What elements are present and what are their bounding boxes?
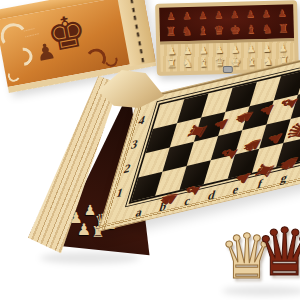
case-dark-piece: ♟ <box>230 10 239 20</box>
dark-queen: ♛ <box>255 220 300 286</box>
case-dark-piece: ♟ <box>277 8 286 18</box>
case-light-piece: ♟ <box>183 46 192 56</box>
case-lid-major-row: ♜♞♝♛♚♝♞♜ <box>160 22 294 38</box>
case-dark-piece: ♟ <box>246 9 255 19</box>
stored-light-piece: ♟ <box>77 222 91 238</box>
case-dark-piece: ♞ <box>181 25 192 37</box>
chess-set-product-photo: ♚ ♟ ······· ········· ▮▮▮▮▮▮▮▮ ♟♟♟♟♟♟♟♟ … <box>0 0 300 300</box>
case-dark-piece: ♝ <box>197 24 208 36</box>
case-light-piece: ♟ <box>199 45 208 55</box>
case-clasp <box>223 66 233 73</box>
case-lid-interior: ♟♟♟♟♟♟♟♟ ♜♞♝♛♚♝♞♜ <box>159 4 294 41</box>
case-light-piece: ♝ <box>198 57 209 69</box>
case-dark-piece: ♜ <box>165 25 176 37</box>
case-dark-piece: ♚ <box>229 24 240 36</box>
case-dark-piece: ♝ <box>245 23 256 35</box>
case-light-piece: ♟ <box>231 44 240 54</box>
case-dark-piece: ♟ <box>261 9 270 19</box>
box-small-print: ······· ········· <box>23 24 40 39</box>
case-light-piece: ♞ <box>182 57 193 69</box>
case-light-piece: ♟ <box>262 43 271 53</box>
case-dark-piece: ♟ <box>214 10 223 20</box>
pawn-silhouette-icon: ♟ <box>34 40 57 65</box>
case-light-piece: ♟ <box>167 46 176 56</box>
case-light-piece: ♟ <box>215 45 224 55</box>
case-dark-piece: ♟ <box>166 11 175 21</box>
case-dark-piece: ♜ <box>277 22 288 34</box>
case-dark-piece: ♟ <box>182 11 191 21</box>
case-dark-piece: ♟ <box>198 11 207 21</box>
box-brand-text: ▮▮▮▮▮▮▮▮ <box>127 0 146 65</box>
case-lid-pawn-row: ♟♟♟♟♟♟♟♟ <box>159 8 293 22</box>
case-light-piece: ♟ <box>278 43 287 53</box>
case-light-piece: ♟ <box>246 44 255 54</box>
case-light-piece: ♜ <box>166 58 177 70</box>
case-light-piece: ♝ <box>246 56 257 68</box>
case-dark-piece: ♛ <box>213 24 224 36</box>
case-dark-piece: ♞ <box>261 23 272 35</box>
